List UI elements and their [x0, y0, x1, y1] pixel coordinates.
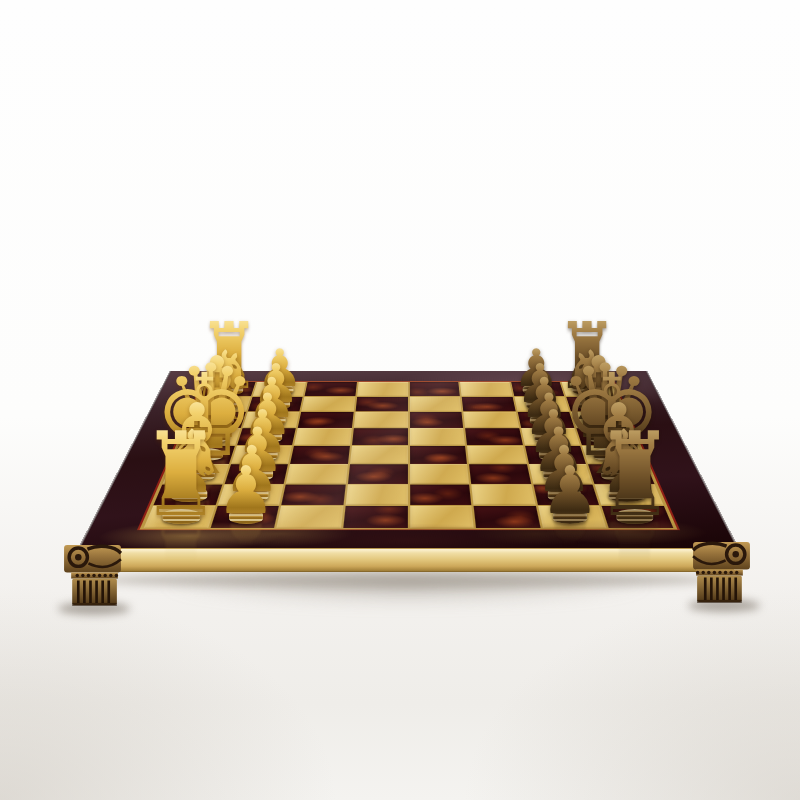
- square-f3: [286, 464, 348, 483]
- square-c1: [186, 412, 245, 428]
- square-c5: [409, 412, 463, 428]
- board-grid: [143, 382, 673, 528]
- square-b6: [461, 396, 515, 411]
- square-a2: [252, 382, 306, 396]
- square-e2: [230, 445, 291, 463]
- square-a8: [561, 382, 616, 396]
- square-g5: [409, 484, 471, 505]
- board-foot-left-icon: [63, 542, 122, 607]
- square-c8: [571, 412, 630, 428]
- square-h7: [537, 505, 606, 527]
- board-border: [136, 381, 679, 530]
- square-h4: [343, 505, 407, 527]
- square-d8: [576, 428, 637, 445]
- square-b1: [193, 396, 250, 411]
- square-g6: [471, 484, 535, 505]
- square-e1: [171, 445, 234, 463]
- square-e8: [582, 445, 645, 463]
- square-e4: [349, 445, 407, 463]
- square-h1: [143, 505, 214, 527]
- square-h2: [210, 505, 279, 527]
- square-b2: [247, 396, 302, 411]
- square-d4: [351, 428, 407, 445]
- square-f5: [409, 464, 469, 483]
- board-foot-right-icon: [692, 539, 751, 604]
- square-e5: [409, 445, 467, 463]
- square-e7: [524, 445, 585, 463]
- square-c7: [517, 412, 574, 428]
- square-g7: [533, 484, 599, 505]
- square-f6: [469, 464, 531, 483]
- square-g4: [345, 484, 407, 505]
- board-front-edge: [84, 548, 734, 572]
- square-a7: [511, 382, 565, 396]
- square-a6: [460, 382, 512, 396]
- square-h3: [276, 505, 343, 527]
- square-d3: [294, 428, 351, 445]
- square-d6: [465, 428, 522, 445]
- square-h8: [601, 505, 672, 527]
- square-d2: [236, 428, 295, 445]
- square-a1: [200, 382, 255, 396]
- square-a3: [304, 382, 356, 396]
- square-d1: [179, 428, 240, 445]
- square-d7: [521, 428, 580, 445]
- square-e6: [467, 445, 526, 463]
- square-b8: [566, 396, 623, 411]
- square-a4: [357, 382, 408, 396]
- square-h5: [409, 505, 473, 527]
- square-a5: [409, 382, 460, 396]
- square-g3: [281, 484, 345, 505]
- square-f4: [347, 464, 407, 483]
- square-c6: [463, 412, 519, 428]
- square-b3: [301, 396, 355, 411]
- square-f1: [162, 464, 228, 483]
- square-g2: [217, 484, 283, 505]
- square-d5: [409, 428, 465, 445]
- square-g8: [595, 484, 664, 505]
- square-c2: [242, 412, 299, 428]
- square-h6: [473, 505, 540, 527]
- square-f7: [528, 464, 592, 483]
- square-b4: [355, 396, 407, 411]
- square-g1: [153, 484, 222, 505]
- photo-scene: ♜♜♟♟♟♟♜♜♞♞♟♟♟♟♞♞♝♝♟♟♟♟♝♝♛♛♟♟♟♟♛♛♚♚♟♟♟♟♚♚…: [0, 0, 800, 800]
- square-c4: [353, 412, 407, 428]
- square-e3: [290, 445, 349, 463]
- square-c3: [298, 412, 354, 428]
- square-f2: [224, 464, 288, 483]
- square-b5: [409, 396, 461, 411]
- square-f8: [588, 464, 654, 483]
- square-b7: [514, 396, 569, 411]
- board-contact-shadow: [96, 572, 718, 588]
- chess-board: [80, 371, 736, 548]
